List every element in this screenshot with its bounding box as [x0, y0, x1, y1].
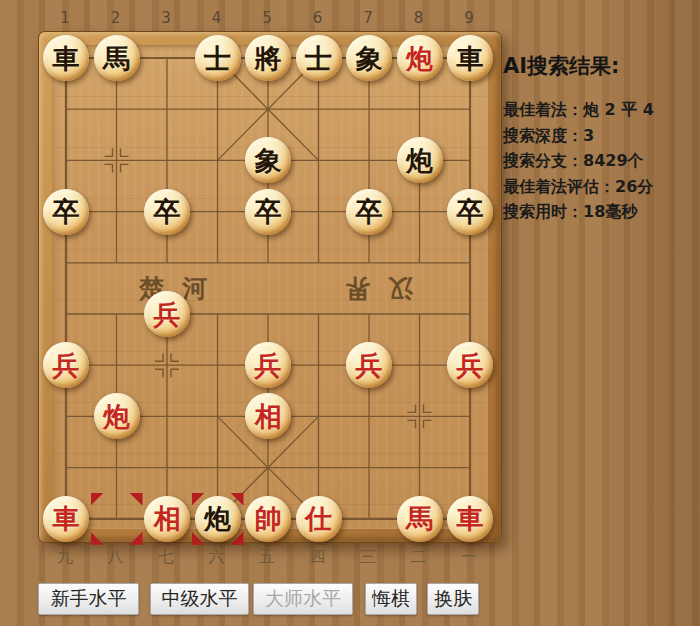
- piece-red-soldier[interactable]: 兵: [245, 342, 291, 388]
- marker-corner: [91, 493, 104, 506]
- piece-black-soldier[interactable]: 卒: [43, 189, 89, 235]
- panel-title: AI搜索结果:: [503, 52, 619, 80]
- piece-red-general[interactable]: 帥: [245, 496, 291, 542]
- file-label-top: 3: [154, 9, 178, 27]
- piece-black-cannon[interactable]: 炮: [397, 137, 443, 183]
- file-label-top: 9: [457, 9, 481, 27]
- file-label-bottom: 五: [255, 547, 279, 568]
- file-label-top: 6: [306, 9, 330, 27]
- file-label-bottom: 一: [457, 547, 481, 568]
- file-label-bottom: 六: [205, 547, 229, 568]
- river-label-right: 汉界: [327, 272, 413, 305]
- file-label-bottom: 九: [53, 547, 77, 568]
- ai-result-lines: 最佳着法：炮 2 平 4搜索深度：3搜索分支：8429个最佳着法评估：26分搜索…: [503, 97, 654, 225]
- button-novice-level[interactable]: 新手水平: [38, 583, 139, 615]
- file-label-bottom: 二: [407, 547, 431, 568]
- piece-black-soldier[interactable]: 卒: [245, 189, 291, 235]
- button-change-skin[interactable]: 换肤: [427, 583, 479, 615]
- marker-corner: [91, 532, 104, 545]
- piece-black-chariot[interactable]: 車: [447, 35, 493, 81]
- ai-result-line: 最佳着法评估：26分: [503, 174, 654, 200]
- app-root: 123456789 楚河 汉界 車馬士將士象炮車象炮卒卒卒卒卒兵兵兵兵兵炮相車相…: [0, 0, 700, 626]
- piece-red-chariot[interactable]: 車: [447, 496, 493, 542]
- piece-red-soldier[interactable]: 兵: [144, 291, 190, 337]
- file-label-top: 4: [205, 9, 229, 27]
- board-grid-lines: [39, 32, 501, 544]
- last-move-from-marker: [91, 493, 143, 545]
- marker-corner: [130, 532, 143, 545]
- file-label-bottom: 八: [104, 547, 128, 568]
- file-label-top: 8: [407, 9, 431, 27]
- piece-black-elephant[interactable]: 象: [346, 35, 392, 81]
- file-label-bottom: 三: [356, 547, 380, 568]
- piece-red-elephant[interactable]: 相: [144, 496, 190, 542]
- piece-red-cannon[interactable]: 炮: [94, 393, 140, 439]
- file-label-bottom: 四: [306, 547, 330, 568]
- file-label-top: 2: [104, 9, 128, 27]
- piece-black-cannon[interactable]: 炮: [195, 496, 241, 542]
- piece-red-soldier[interactable]: 兵: [346, 342, 392, 388]
- file-label-top: 5: [255, 9, 279, 27]
- piece-black-advisor[interactable]: 士: [296, 35, 342, 81]
- button-undo[interactable]: 悔棋: [365, 583, 417, 615]
- file-label-top: 7: [356, 9, 380, 27]
- piece-red-soldier[interactable]: 兵: [447, 342, 493, 388]
- piece-red-horse[interactable]: 馬: [397, 496, 443, 542]
- piece-red-soldier[interactable]: 兵: [43, 342, 89, 388]
- ai-result-line: 搜索分支：8429个: [503, 148, 654, 174]
- piece-red-advisor[interactable]: 仕: [296, 496, 342, 542]
- piece-black-chariot[interactable]: 車: [43, 35, 89, 81]
- piece-black-soldier[interactable]: 卒: [144, 189, 190, 235]
- ai-result-line: 搜索深度：3: [503, 123, 654, 149]
- button-intermediate-level[interactable]: 中级水平: [150, 583, 249, 615]
- piece-black-advisor[interactable]: 士: [195, 35, 241, 81]
- board-frame: 楚河 汉界 車馬士將士象炮車象炮卒卒卒卒卒兵兵兵兵兵炮相車相炮帥仕馬車: [38, 31, 502, 543]
- piece-black-soldier[interactable]: 卒: [346, 189, 392, 235]
- ai-result-line: 搜索用时：18毫秒: [503, 199, 654, 225]
- piece-red-chariot[interactable]: 車: [43, 496, 89, 542]
- file-label-bottom: 七: [154, 547, 178, 568]
- button-master-level[interactable]: 大师水平: [253, 583, 353, 615]
- ai-result-line: 最佳着法：炮 2 平 4: [503, 97, 654, 123]
- piece-red-cannon[interactable]: 炮: [397, 35, 443, 81]
- marker-corner: [130, 493, 143, 506]
- piece-black-general[interactable]: 將: [245, 35, 291, 81]
- piece-black-soldier[interactable]: 卒: [447, 189, 493, 235]
- file-label-top: 1: [53, 9, 77, 27]
- piece-black-horse[interactable]: 馬: [94, 35, 140, 81]
